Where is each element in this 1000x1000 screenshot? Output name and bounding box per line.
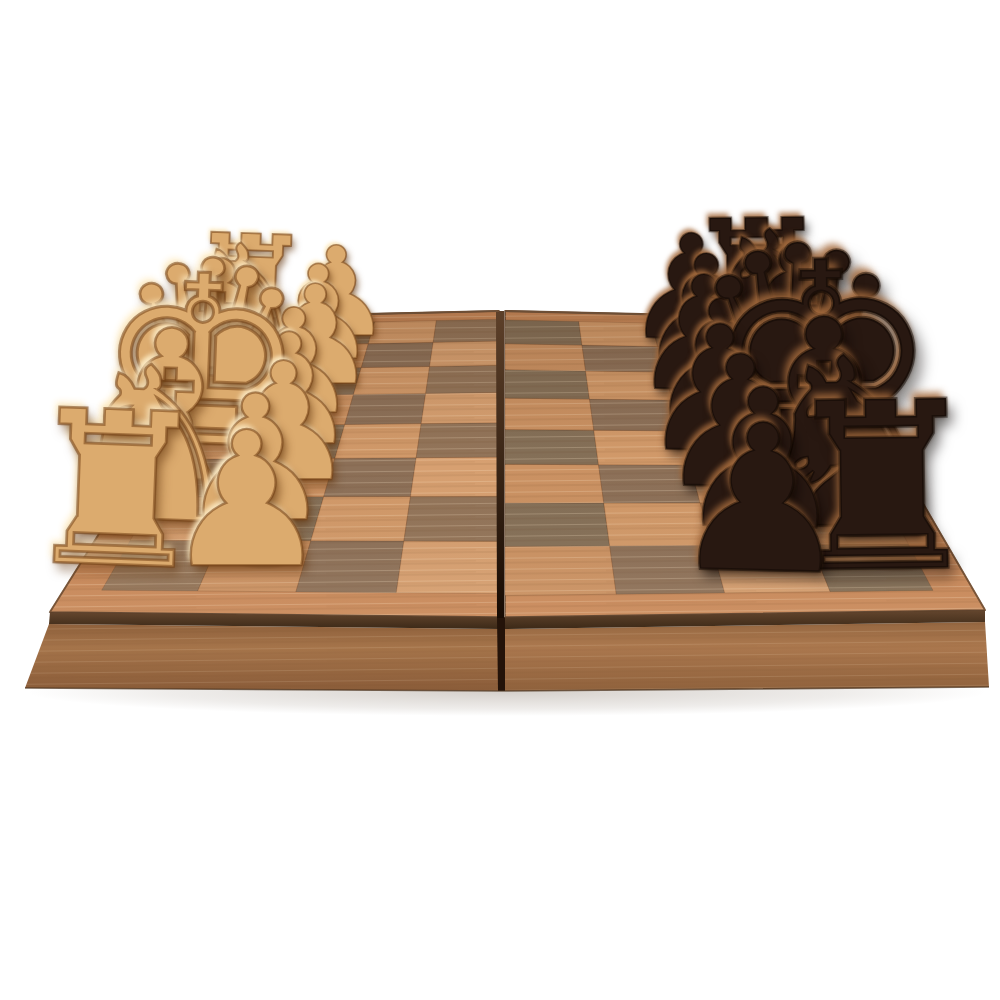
piece-black-pawn-h7[interactable]: ♟ [658,396,866,604]
piece-white-pawn-h2[interactable]: ♟ [153,408,340,595]
chess-set-photo: ♜♞♝♛♚♝♞♜♟♟♟♟♟♟♟♟♜♞♝♛♚♝♞♜♟♟♟♟♟♟♟♟ [0,0,1000,1000]
pieces-layer: ♜♞♝♛♚♝♞♜♟♟♟♟♟♟♟♟♜♞♝♛♚♝♞♜♟♟♟♟♟♟♟♟ [0,0,1000,1000]
